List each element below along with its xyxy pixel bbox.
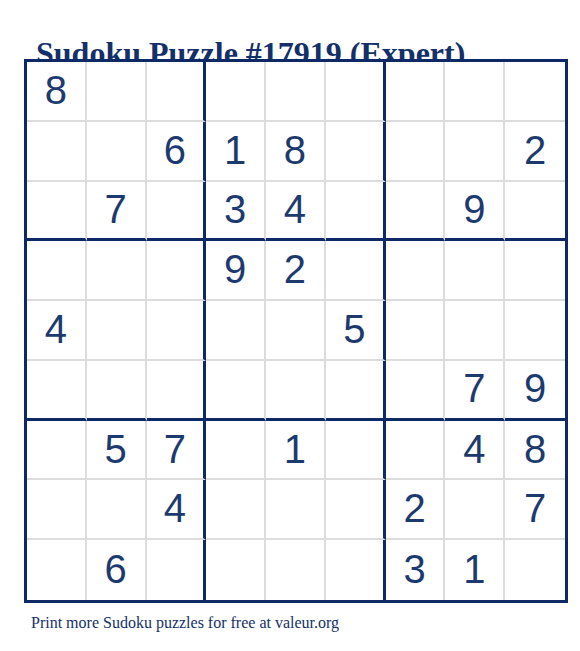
cell-r4c8[interactable] (445, 241, 505, 301)
cell-r3c7[interactable] (386, 182, 446, 242)
cell-r4c6[interactable] (326, 241, 386, 301)
cell-r6c6[interactable] (326, 361, 386, 421)
cell-r7c6[interactable] (326, 421, 386, 481)
cell-r4c9[interactable] (505, 241, 565, 301)
sudoku-board: 86182734992457957148427631 (24, 59, 568, 603)
cell-r2c2[interactable] (87, 122, 147, 182)
cell-r3c9[interactable] (505, 182, 565, 242)
cell-r7c3[interactable]: 7 (147, 421, 207, 481)
cell-r7c2[interactable]: 5 (87, 421, 147, 481)
cell-r1c4[interactable] (206, 62, 266, 122)
cell-r8c4[interactable] (206, 480, 266, 540)
cell-r2c4[interactable]: 1 (206, 122, 266, 182)
cell-r2c3[interactable]: 6 (147, 122, 207, 182)
cell-r2c1[interactable] (27, 122, 87, 182)
cell-r9c2[interactable]: 6 (87, 540, 147, 600)
footer-text: Print more Sudoku puzzles for free at va… (31, 614, 339, 632)
cell-r7c4[interactable] (206, 421, 266, 481)
cell-r1c6[interactable] (326, 62, 386, 122)
cell-r5c6[interactable]: 5 (326, 301, 386, 361)
cell-r9c3[interactable] (147, 540, 207, 600)
cell-r5c5[interactable] (266, 301, 326, 361)
cell-r9c7[interactable]: 3 (386, 540, 446, 600)
cell-r5c9[interactable] (505, 301, 565, 361)
cell-r4c5[interactable]: 2 (266, 241, 326, 301)
cell-r2c5[interactable]: 8 (266, 122, 326, 182)
cell-r8c3[interactable]: 4 (147, 480, 207, 540)
cell-r5c4[interactable] (206, 301, 266, 361)
cell-r7c5[interactable]: 1 (266, 421, 326, 481)
cell-r6c9[interactable]: 9 (505, 361, 565, 421)
cell-r1c1[interactable]: 8 (27, 62, 87, 122)
cell-r6c4[interactable] (206, 361, 266, 421)
cell-r4c4[interactable]: 9 (206, 241, 266, 301)
cell-r1c5[interactable] (266, 62, 326, 122)
cell-r9c5[interactable] (266, 540, 326, 600)
cell-r9c1[interactable] (27, 540, 87, 600)
cell-r8c1[interactable] (27, 480, 87, 540)
cell-r8c5[interactable] (266, 480, 326, 540)
cell-r4c1[interactable] (27, 241, 87, 301)
cell-r2c7[interactable] (386, 122, 446, 182)
cell-r1c2[interactable] (87, 62, 147, 122)
cell-r6c7[interactable] (386, 361, 446, 421)
cell-r4c2[interactable] (87, 241, 147, 301)
cell-r1c7[interactable] (386, 62, 446, 122)
cell-r5c8[interactable] (445, 301, 505, 361)
cell-r7c1[interactable] (27, 421, 87, 481)
cell-r8c8[interactable] (445, 480, 505, 540)
cell-r2c9[interactable]: 2 (505, 122, 565, 182)
cell-r8c6[interactable] (326, 480, 386, 540)
cell-r3c1[interactable] (27, 182, 87, 242)
cell-r1c9[interactable] (505, 62, 565, 122)
cell-r9c6[interactable] (326, 540, 386, 600)
cell-r8c2[interactable] (87, 480, 147, 540)
cell-r2c6[interactable] (326, 122, 386, 182)
cell-r9c4[interactable] (206, 540, 266, 600)
cell-r7c7[interactable] (386, 421, 446, 481)
cell-r1c3[interactable] (147, 62, 207, 122)
cell-r4c3[interactable] (147, 241, 207, 301)
cell-r3c2[interactable]: 7 (87, 182, 147, 242)
cell-r6c2[interactable] (87, 361, 147, 421)
cell-r8c9[interactable]: 7 (505, 480, 565, 540)
cell-r7c8[interactable]: 4 (445, 421, 505, 481)
cell-r2c8[interactable] (445, 122, 505, 182)
cell-r5c7[interactable] (386, 301, 446, 361)
cell-r6c8[interactable]: 7 (445, 361, 505, 421)
cell-r6c5[interactable] (266, 361, 326, 421)
cell-r7c9[interactable]: 8 (505, 421, 565, 481)
cell-r5c1[interactable]: 4 (27, 301, 87, 361)
cell-r6c3[interactable] (147, 361, 207, 421)
cell-r9c8[interactable]: 1 (445, 540, 505, 600)
cell-r3c8[interactable]: 9 (445, 182, 505, 242)
cell-r9c9[interactable] (505, 540, 565, 600)
cell-r3c3[interactable] (147, 182, 207, 242)
cell-r1c8[interactable] (445, 62, 505, 122)
cell-r5c2[interactable] (87, 301, 147, 361)
cell-r4c7[interactable] (386, 241, 446, 301)
cell-r3c5[interactable]: 4 (266, 182, 326, 242)
cell-r6c1[interactable] (27, 361, 87, 421)
cell-r5c3[interactable] (147, 301, 207, 361)
cell-r8c7[interactable]: 2 (386, 480, 446, 540)
cell-r3c4[interactable]: 3 (206, 182, 266, 242)
cell-r3c6[interactable] (326, 182, 386, 242)
